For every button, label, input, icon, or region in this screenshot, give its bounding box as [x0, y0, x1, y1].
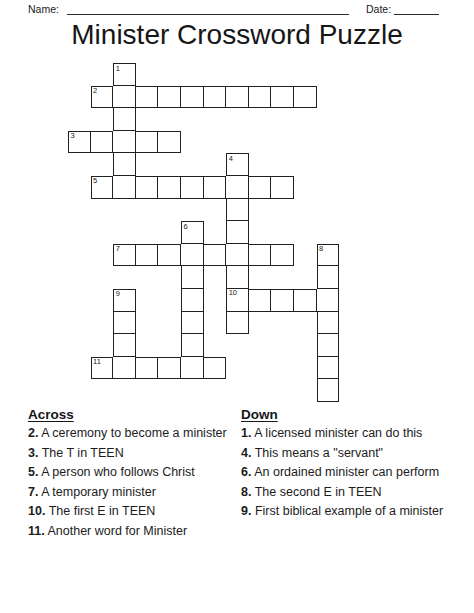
grid-cell-r11c11[interactable] [317, 312, 340, 335]
grid-cell-r8c7[interactable] [226, 244, 249, 267]
crossword-grid: 1234567891011 [68, 63, 339, 402]
grid-cell-r1c2[interactable] [113, 86, 136, 109]
clue-text: A ceremony to become a minister [41, 426, 227, 440]
grid-cell-r5c6[interactable] [204, 176, 227, 199]
clue-number-4: 4 [229, 155, 233, 164]
grid-cell-r7c5[interactable]: 6 [181, 221, 204, 244]
grid-cell-r13c11[interactable] [317, 357, 340, 380]
grid-cell-r1c3[interactable] [136, 86, 159, 109]
clue-number-label: 8. [241, 485, 251, 499]
clue-number-3: 3 [71, 132, 75, 141]
grid-cell-r5c4[interactable] [158, 176, 181, 199]
grid-cell-r8c4[interactable] [158, 244, 181, 267]
clue-text: First biblical example of a minister [255, 504, 443, 518]
grid-cell-r10c2[interactable]: 9 [113, 289, 136, 312]
grid-cell-r10c9[interactable] [271, 289, 294, 312]
clue-number-label: 6. [241, 465, 251, 479]
clue-number-label: 10. [28, 504, 45, 518]
clue-number-8: 8 [319, 245, 323, 254]
grid-cell-r10c5[interactable] [181, 289, 204, 312]
clue-number-label: 3. [28, 446, 38, 460]
grid-cell-r4c7[interactable]: 4 [226, 153, 249, 176]
grid-cell-r1c5[interactable] [181, 86, 204, 109]
grid-cell-r5c2[interactable] [113, 176, 136, 199]
down-heading: Down [241, 407, 445, 422]
clue-number-1: 1 [116, 65, 120, 74]
grid-cell-r11c5[interactable] [181, 312, 204, 335]
grid-cell-r11c2[interactable] [113, 312, 136, 335]
grid-cell-r3c0[interactable]: 3 [68, 131, 91, 154]
clue-number-label: 7. [28, 485, 38, 499]
clue-text: The second E in TEEN [255, 485, 382, 499]
clue-number-label: 11. [28, 524, 45, 538]
across-heading: Across [28, 407, 228, 422]
grid-cell-r8c8[interactable] [249, 244, 272, 267]
clue-down-6: 6. An ordained minister can perform [241, 465, 445, 480]
grid-cell-r13c5[interactable] [181, 357, 204, 380]
clue-number-5: 5 [93, 177, 97, 186]
grid-cell-r8c6[interactable] [204, 244, 227, 267]
grid-cell-r1c9[interactable] [271, 86, 294, 109]
clue-text: The first E in TEEN [49, 504, 156, 518]
grid-cell-r12c2[interactable] [113, 334, 136, 357]
clue-across-11: 11. Another word for Minister [28, 524, 228, 539]
grid-cell-r12c11[interactable] [317, 334, 340, 357]
across-clue-list: 2. A ceremony to become a minister3. The… [28, 426, 228, 539]
grid-cell-r9c7[interactable] [226, 266, 249, 289]
clue-number-label: 2. [28, 426, 38, 440]
date-input-line[interactable] [394, 2, 439, 15]
clue-across-7: 7. A temporary minister [28, 485, 228, 500]
page-title: Minister Crossword Puzzle [0, 19, 474, 51]
grid-cell-r13c6[interactable] [204, 357, 227, 380]
down-clue-list: 1. A licensed minister can do this4. Thi… [241, 426, 445, 519]
grid-cell-r8c2[interactable]: 7 [113, 244, 136, 267]
grid-cell-r1c4[interactable] [158, 86, 181, 109]
clue-number-label: 1. [241, 426, 251, 440]
clue-number-label: 4. [241, 446, 251, 460]
grid-cell-r1c7[interactable] [226, 86, 249, 109]
clue-number-10: 10 [229, 289, 237, 298]
grid-cell-r10c7[interactable]: 10 [226, 289, 249, 312]
grid-cell-r3c3[interactable] [136, 131, 159, 154]
grid-cell-r8c5[interactable] [181, 244, 204, 267]
clue-number-7: 7 [116, 245, 120, 254]
worksheet-page: Name: Date: Minister Crossword Puzzle 12… [0, 0, 474, 613]
grid-cell-r11c7[interactable] [226, 312, 249, 335]
clue-down-1: 1. A licensed minister can do this [241, 426, 445, 441]
grid-cell-r8c11[interactable]: 8 [317, 244, 340, 267]
grid-cell-r6c7[interactable] [226, 199, 249, 222]
grid-cell-r8c3[interactable] [136, 244, 159, 267]
grid-cell-r3c4[interactable] [158, 131, 181, 154]
grid-cell-r9c5[interactable] [181, 266, 204, 289]
grid-cell-r2c2[interactable] [113, 108, 136, 131]
clue-number-label: 5. [28, 465, 38, 479]
grid-cell-r5c7[interactable] [226, 176, 249, 199]
clue-text: This means a "servant" [255, 446, 383, 460]
grid-cell-r4c2[interactable] [113, 153, 136, 176]
clue-number-6: 6 [183, 223, 187, 232]
grid-cell-r5c9[interactable] [271, 176, 294, 199]
grid-cell-r13c1[interactable]: 11 [91, 357, 114, 380]
clue-text: The T in TEEN [42, 446, 124, 460]
grid-cell-r0c2[interactable]: 1 [113, 63, 136, 86]
grid-cell-r3c2[interactable] [113, 131, 136, 154]
grid-cell-r1c6[interactable] [204, 86, 227, 109]
clue-text: A licensed minister can do this [254, 426, 422, 440]
name-input-line[interactable] [67, 2, 349, 15]
clue-text: Another word for Minister [47, 524, 187, 538]
clue-number-2: 2 [93, 87, 97, 96]
clue-text: An ordained minister can perform [254, 465, 439, 479]
grid-cell-r5c1[interactable]: 5 [91, 176, 114, 199]
grid-cell-r10c11[interactable] [317, 289, 340, 312]
grid-cell-r3c1[interactable] [91, 131, 114, 154]
grid-cell-r5c8[interactable] [249, 176, 272, 199]
across-clues-column: Across 2. A ceremony to become a ministe… [28, 407, 228, 543]
grid-cell-r1c10[interactable] [294, 86, 317, 109]
grid-cell-r8c9[interactable] [271, 244, 294, 267]
clue-across-2: 2. A ceremony to become a minister [28, 426, 228, 441]
grid-cell-r10c10[interactable] [294, 289, 317, 312]
grid-cell-r13c3[interactable] [136, 357, 159, 380]
clue-text: A person who follows Christ [41, 465, 195, 479]
grid-cell-r14c11[interactable] [317, 379, 340, 402]
clue-across-5: 5. A person who follows Christ [28, 465, 228, 480]
grid-cell-r13c4[interactable] [158, 357, 181, 380]
grid-cell-r9c11[interactable] [317, 266, 340, 289]
grid-cell-r1c1[interactable]: 2 [91, 86, 114, 109]
clue-number-9: 9 [116, 290, 120, 299]
grid-cell-r12c5[interactable] [181, 334, 204, 357]
date-label: Date: [366, 3, 391, 15]
clue-number-label: 9. [241, 504, 251, 518]
clue-text: A temporary minister [41, 485, 156, 499]
grid-cell-r1c8[interactable] [249, 86, 272, 109]
clue-down-9: 9. First biblical example of a minister [241, 504, 445, 519]
clue-down-8: 8. The second E in TEEN [241, 485, 445, 500]
down-clues-column: Down 1. A licensed minister can do this4… [241, 407, 445, 524]
clue-down-4: 4. This means a "servant" [241, 446, 445, 461]
clue-across-10: 10. The first E in TEEN [28, 504, 228, 519]
grid-cell-r5c3[interactable] [136, 176, 159, 199]
grid-cell-r10c8[interactable] [249, 289, 272, 312]
grid-cell-r5c5[interactable] [181, 176, 204, 199]
clue-number-11: 11 [93, 358, 101, 367]
clue-across-3: 3. The T in TEEN [28, 446, 228, 461]
grid-cell-r7c7[interactable] [226, 221, 249, 244]
name-label: Name: [28, 3, 59, 15]
grid-cell-r13c2[interactable] [113, 357, 136, 380]
